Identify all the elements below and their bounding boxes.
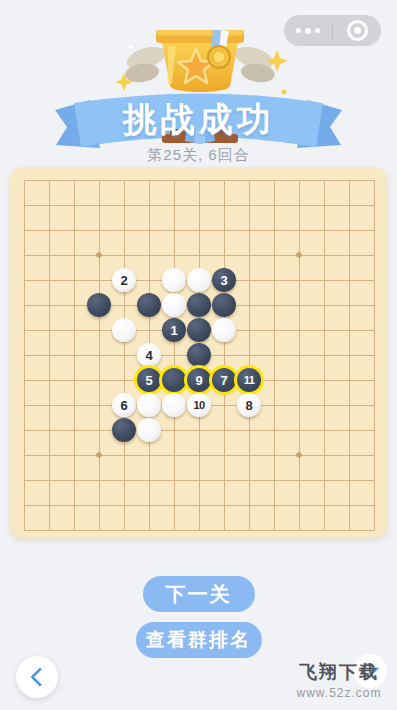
board: 2314597116108 bbox=[10, 167, 387, 538]
move-number: 11 bbox=[244, 375, 255, 386]
watermark: ⟳ 飞翔下载 www.52z.com bbox=[291, 660, 387, 700]
stone-black bbox=[187, 343, 211, 367]
next-level-button[interactable]: 下一关 bbox=[143, 576, 255, 612]
move-number: 7 bbox=[220, 374, 227, 387]
stone-white bbox=[162, 268, 186, 292]
page: 挑战成功 第25关, 6回合 2314597116108 下一关 查看群排名 ⟳… bbox=[0, 0, 397, 710]
move-number: 4 bbox=[145, 349, 152, 362]
move-number: 6 bbox=[120, 399, 127, 412]
stone-black: 1 bbox=[162, 318, 186, 342]
stone-white bbox=[162, 293, 186, 317]
right-wing-icon bbox=[232, 42, 276, 84]
chevron-left-icon bbox=[30, 667, 50, 687]
stone-black bbox=[187, 293, 211, 317]
trophy-cup-icon bbox=[156, 30, 244, 92]
watermark-title: 飞翔下载 bbox=[291, 660, 387, 684]
move-number: 8 bbox=[245, 399, 252, 412]
stone-black-winning bbox=[162, 368, 186, 392]
stone-white: 8 bbox=[237, 393, 261, 417]
move-number: 9 bbox=[195, 374, 202, 387]
stone-black bbox=[87, 293, 111, 317]
back-button[interactable] bbox=[16, 656, 58, 698]
stone-black bbox=[187, 318, 211, 342]
banner-title: 挑战成功 bbox=[0, 97, 397, 143]
stone-black-winning: 7 bbox=[212, 368, 236, 392]
stone-white: 2 bbox=[112, 268, 136, 292]
stone-black: 3 bbox=[212, 268, 236, 292]
move-number: 10 bbox=[193, 400, 204, 411]
move-number: 3 bbox=[220, 274, 227, 287]
stone-white bbox=[212, 318, 236, 342]
level-round-text: 第25关, 6回合 bbox=[0, 146, 397, 165]
stone-white bbox=[162, 393, 186, 417]
stone-black-winning: 9 bbox=[187, 368, 211, 392]
group-ranking-button[interactable]: 查看群排名 bbox=[136, 622, 262, 658]
stone-black bbox=[137, 293, 161, 317]
move-number: 1 bbox=[170, 324, 177, 337]
stone-white: 4 bbox=[137, 343, 161, 367]
watermark-url: www.52z.com bbox=[291, 686, 387, 700]
stone-white bbox=[187, 268, 211, 292]
stone-white bbox=[137, 393, 161, 417]
stone-white: 10 bbox=[187, 393, 211, 417]
move-number: 2 bbox=[120, 274, 127, 287]
stone-black bbox=[112, 418, 136, 442]
stone-white bbox=[112, 318, 136, 342]
stone-white: 6 bbox=[112, 393, 136, 417]
stone-black-winning: 5 bbox=[137, 368, 161, 392]
stone-white bbox=[137, 418, 161, 442]
move-number: 5 bbox=[145, 374, 152, 387]
stone-black bbox=[212, 293, 236, 317]
stone-black-winning: 11 bbox=[237, 368, 261, 392]
